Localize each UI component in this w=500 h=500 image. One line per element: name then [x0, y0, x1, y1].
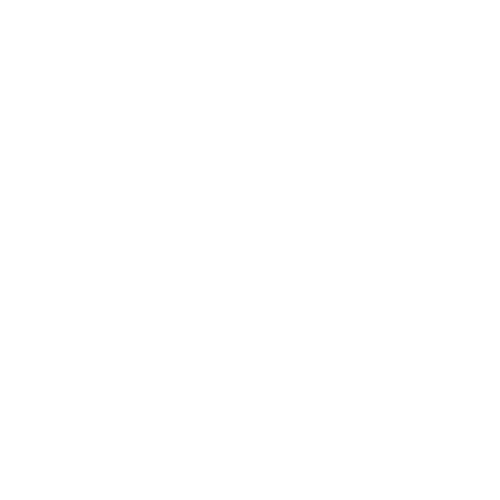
photograph-of-six-teal-glasses — [0, 0, 500, 500]
